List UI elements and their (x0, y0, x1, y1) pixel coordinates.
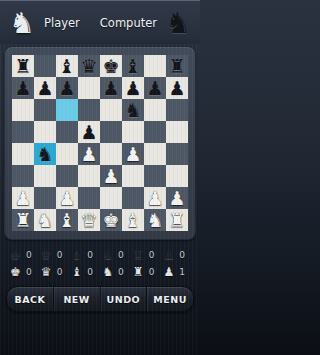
square-g3[interactable] (144, 165, 166, 187)
black-queen-icon: ♛ (39, 248, 54, 262)
square-d8[interactable]: ♛ (78, 55, 100, 77)
square-e7[interactable]: ♟ (100, 77, 122, 99)
square-g6[interactable] (144, 99, 166, 121)
black-pawn[interactable]: ♟ (80, 121, 97, 143)
white-pawn[interactable]: ♟ (58, 187, 75, 209)
square-f2[interactable] (122, 187, 144, 209)
square-c1[interactable]: ♝ (56, 209, 78, 231)
square-a3[interactable] (12, 165, 34, 187)
board-frame: ♜♝♛♚♝♜♟♟♟♟♟♟♟♞♟♞♟♟♟♟♟♟♟♜♞♝♛♚♝♞♜ (4, 46, 196, 240)
black-rook[interactable]: ♜ (168, 55, 185, 77)
captured-row-black: ♚0♛0♝0♞0♜0♟0 (8, 247, 192, 262)
square-e3[interactable]: ♟ (100, 165, 122, 187)
square-b7[interactable]: ♟ (34, 77, 56, 99)
square-f6[interactable]: ♞ (122, 99, 144, 121)
white-pawn[interactable]: ♟ (168, 187, 185, 209)
square-b3[interactable] (34, 165, 56, 187)
back-button[interactable]: BACK (7, 287, 53, 311)
captured-count: 0 (26, 267, 32, 277)
square-d7[interactable] (78, 77, 100, 99)
captured-black-king: ♚0 (8, 248, 39, 262)
black-pawn[interactable]: ♟ (36, 77, 53, 99)
square-e1[interactable]: ♚ (100, 209, 122, 231)
captured-white-rook: ♜0 (131, 265, 162, 279)
captured-white-bishop: ♝0 (69, 265, 100, 279)
player-name-label: Player (44, 16, 80, 30)
square-a1[interactable]: ♜ (12, 209, 34, 231)
white-bishop[interactable]: ♝ (124, 209, 141, 231)
captured-count: 1 (179, 267, 185, 277)
captured-count: 0 (57, 267, 63, 277)
square-f1[interactable]: ♝ (122, 209, 144, 231)
captured-white-queen: ♛0 (39, 265, 70, 279)
black-pawn[interactable]: ♟ (14, 77, 31, 99)
black-king-icon: ♚ (8, 248, 23, 262)
square-c4[interactable] (56, 143, 78, 165)
black-pawn[interactable]: ♟ (146, 77, 163, 99)
captured-count: 0 (179, 250, 185, 260)
white-bishop-icon: ♝ (69, 265, 84, 279)
square-g8[interactable] (144, 55, 166, 77)
square-g4[interactable] (144, 143, 166, 165)
white-pawn-icon: ♟ (161, 265, 176, 279)
square-e5[interactable] (100, 121, 122, 143)
chess-board[interactable]: ♜♝♛♚♝♜♟♟♟♟♟♟♟♞♟♞♟♟♟♟♟♟♟♜♞♝♛♚♝♞♜ (12, 55, 188, 231)
captured-black-rook: ♜0 (131, 248, 162, 262)
black-pawn[interactable]: ♟ (124, 77, 141, 99)
square-e6[interactable] (100, 99, 122, 121)
square-a7[interactable]: ♟ (12, 77, 34, 99)
captured-count: 0 (26, 250, 32, 260)
square-h1[interactable]: ♜ (166, 209, 188, 231)
square-d4[interactable]: ♟ (78, 143, 100, 165)
captured-white-pawn: ♟1 (161, 265, 192, 279)
captured-count: 0 (118, 267, 124, 277)
square-c7[interactable]: ♟ (56, 77, 78, 99)
captured-count: 0 (149, 267, 155, 277)
square-a2[interactable]: ♟ (12, 187, 34, 209)
square-h3[interactable] (166, 165, 188, 187)
new-button[interactable]: NEW (53, 287, 100, 311)
white-pawn[interactable]: ♟ (14, 187, 31, 209)
square-c6[interactable] (56, 99, 78, 121)
white-pawn[interactable]: ♟ (80, 143, 97, 165)
square-d1[interactable]: ♛ (78, 209, 100, 231)
square-c5[interactable] (56, 121, 78, 143)
action-button-bar: BACK NEW UNDO MENU (6, 286, 194, 312)
white-king-icon: ♚ (8, 265, 23, 279)
black-knight-icon: ♞ (100, 248, 115, 262)
square-g7[interactable]: ♟ (144, 77, 166, 99)
square-a4[interactable] (12, 143, 34, 165)
square-d6[interactable] (78, 99, 100, 121)
square-d2[interactable] (78, 187, 100, 209)
square-c8[interactable]: ♝ (56, 55, 78, 77)
black-knight[interactable]: ♞ (124, 99, 141, 121)
captured-count: 0 (57, 250, 63, 260)
black-knight[interactable]: ♞ (36, 143, 53, 165)
black-bishop[interactable]: ♝ (58, 55, 75, 77)
white-knight-icon: ♞ (6, 7, 38, 39)
square-b8[interactable] (34, 55, 56, 77)
black-pawn[interactable]: ♟ (168, 77, 185, 99)
white-rook[interactable]: ♜ (168, 209, 185, 231)
white-queen-icon: ♛ (39, 265, 54, 279)
square-c3[interactable] (56, 165, 78, 187)
square-g5[interactable] (144, 121, 166, 143)
captured-count: 0 (87, 267, 93, 277)
square-f7[interactable]: ♟ (122, 77, 144, 99)
white-king[interactable]: ♚ (102, 209, 119, 231)
white-pawn[interactable]: ♟ (146, 187, 163, 209)
black-bishop-icon: ♝ (69, 248, 84, 262)
square-d5[interactable]: ♟ (78, 121, 100, 143)
black-rook-icon: ♜ (131, 248, 146, 262)
square-d3[interactable] (78, 165, 100, 187)
captured-count: 0 (149, 250, 155, 260)
square-h7[interactable]: ♟ (166, 77, 188, 99)
square-a8[interactable]: ♜ (12, 55, 34, 77)
captured-black-knight: ♞0 (100, 248, 131, 262)
square-b1[interactable]: ♞ (34, 209, 56, 231)
white-rook-icon: ♜ (131, 265, 146, 279)
captured-white-knight: ♞0 (100, 265, 131, 279)
captured-black-bishop: ♝0 (69, 248, 100, 262)
menu-button[interactable]: MENU (146, 287, 193, 311)
computer-name-label: Computer (100, 16, 157, 30)
captured-black-pawn: ♟0 (161, 248, 192, 262)
captured-count: 0 (87, 250, 93, 260)
undo-button[interactable]: UNDO (100, 287, 147, 311)
black-king[interactable]: ♚ (102, 55, 119, 77)
square-b6[interactable] (34, 99, 56, 121)
square-h2[interactable]: ♟ (166, 187, 188, 209)
black-rook[interactable]: ♜ (14, 55, 31, 77)
black-pawn[interactable]: ♟ (58, 77, 75, 99)
black-pawn[interactable]: ♟ (102, 77, 119, 99)
square-b4[interactable]: ♞ (34, 143, 56, 165)
white-knight[interactable]: ♞ (146, 209, 163, 231)
white-pawn[interactable]: ♟ (124, 143, 141, 165)
captured-row-white: ♚0♛0♝0♞0♜0♟1 (8, 264, 192, 279)
white-bishop[interactable]: ♝ (58, 209, 75, 231)
square-f8[interactable]: ♝ (122, 55, 144, 77)
square-b5[interactable] (34, 121, 56, 143)
captured-pieces-tray: ♚0♛0♝0♞0♜0♟0 ♚0♛0♝0♞0♜0♟1 (8, 247, 192, 279)
captured-count: 0 (118, 250, 124, 260)
black-knight-icon: ♞ (162, 7, 194, 39)
square-b2[interactable] (34, 187, 56, 209)
white-pawn[interactable]: ♟ (102, 165, 119, 187)
square-e4[interactable] (100, 143, 122, 165)
captured-black-queen: ♛0 (39, 248, 70, 262)
square-g2[interactable]: ♟ (144, 187, 166, 209)
square-c2[interactable]: ♟ (56, 187, 78, 209)
white-knight[interactable]: ♞ (36, 209, 53, 231)
header-bar: ♞ Player Computer ♞ (0, 0, 200, 44)
square-h5[interactable] (166, 121, 188, 143)
square-a6[interactable] (12, 99, 34, 121)
black-queen[interactable]: ♛ (80, 55, 97, 77)
square-e8[interactable]: ♚ (100, 55, 122, 77)
black-bishop[interactable]: ♝ (124, 55, 141, 77)
white-knight-icon: ♞ (100, 265, 115, 279)
square-f4[interactable]: ♟ (122, 143, 144, 165)
white-queen[interactable]: ♛ (80, 209, 97, 231)
white-rook[interactable]: ♜ (14, 209, 31, 231)
square-e2[interactable] (100, 187, 122, 209)
captured-white-king: ♚0 (8, 265, 39, 279)
square-f5[interactable] (122, 121, 144, 143)
black-pawn-icon: ♟ (161, 248, 176, 262)
square-g1[interactable]: ♞ (144, 209, 166, 231)
square-a5[interactable] (12, 121, 34, 143)
square-f3[interactable] (122, 165, 144, 187)
square-h8[interactable]: ♜ (166, 55, 188, 77)
square-h6[interactable] (166, 99, 188, 121)
square-h4[interactable] (166, 143, 188, 165)
